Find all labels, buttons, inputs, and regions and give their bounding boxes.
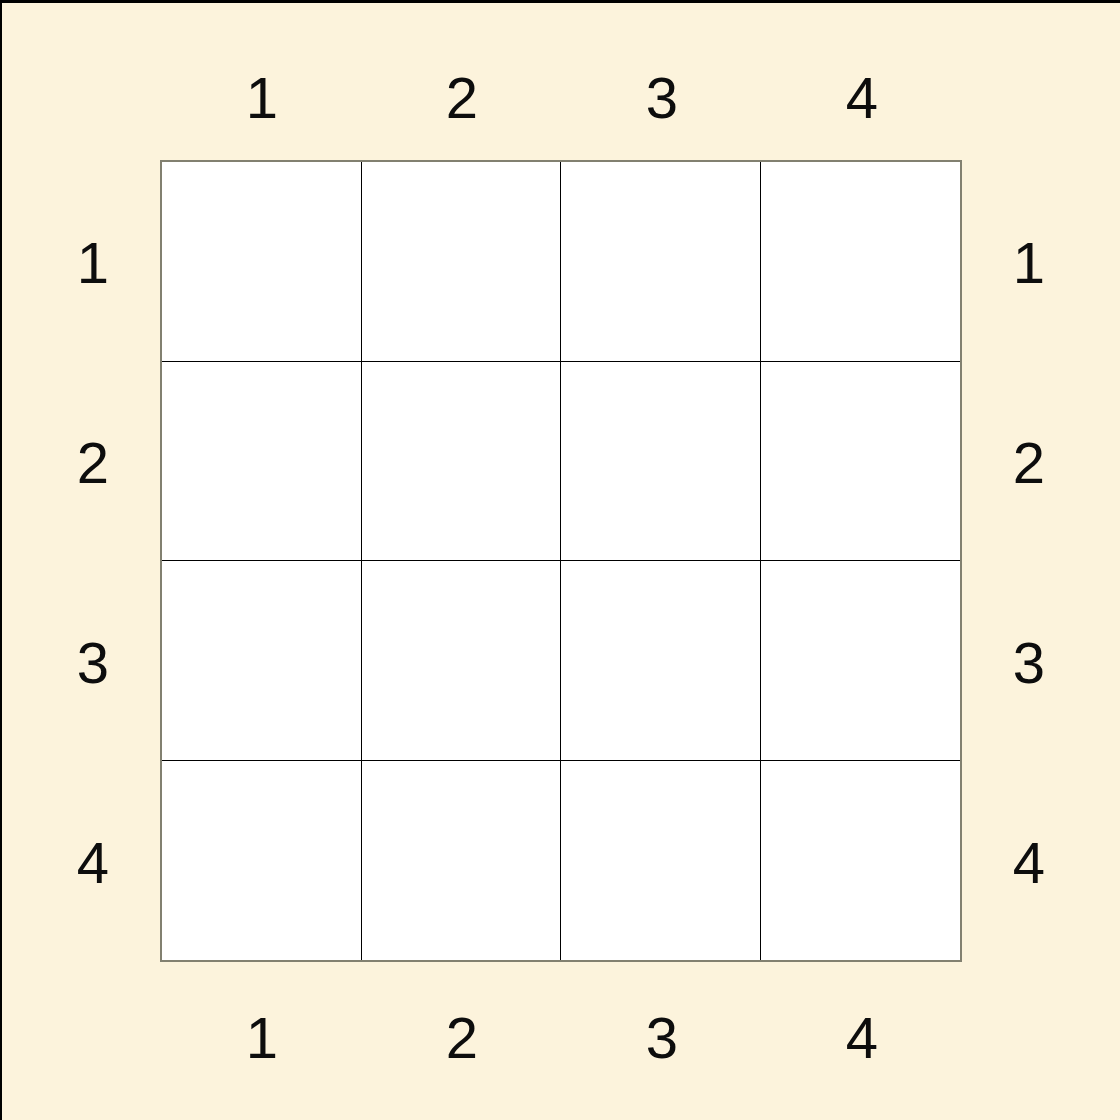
puzzle-board [160,160,962,962]
col-label-top-1: 1 [162,63,362,133]
row-label-right-4: 4 [979,828,1079,898]
col-label-top-4: 4 [762,63,962,133]
col-label-bottom-1: 1 [162,1003,362,1073]
cell-r3c4[interactable] [761,561,961,761]
row-label-left-3: 3 [43,628,143,698]
cell-r1c2[interactable] [362,162,562,362]
cell-r1c1[interactable] [162,162,362,362]
row-label-right-3: 3 [979,628,1079,698]
cell-r2c3[interactable] [561,362,761,562]
cell-r3c2[interactable] [362,561,562,761]
cell-r2c1[interactable] [162,362,362,562]
col-label-bottom-3: 3 [562,1003,762,1073]
row-label-left-4: 4 [43,828,143,898]
cell-r2c4[interactable] [761,362,961,562]
cell-r4c1[interactable] [162,761,362,961]
row-label-left-2: 2 [43,428,143,498]
cell-r4c2[interactable] [362,761,562,961]
cell-r1c3[interactable] [561,162,761,362]
row-label-right-2: 2 [979,428,1079,498]
col-label-bottom-4: 4 [762,1003,962,1073]
puzzle-page: 1 2 3 4 1 2 3 4 1 2 3 4 1 2 3 4 [0,0,1120,1120]
row-label-left-1: 1 [43,228,143,298]
row-label-right-1: 1 [979,228,1079,298]
cell-r2c2[interactable] [362,362,562,562]
col-label-top-2: 2 [362,63,562,133]
cell-r4c4[interactable] [761,761,961,961]
cell-r3c3[interactable] [561,561,761,761]
cell-r3c1[interactable] [162,561,362,761]
col-label-top-3: 3 [562,63,762,133]
cell-r4c3[interactable] [561,761,761,961]
col-label-bottom-2: 2 [362,1003,562,1073]
cell-r1c4[interactable] [761,162,961,362]
